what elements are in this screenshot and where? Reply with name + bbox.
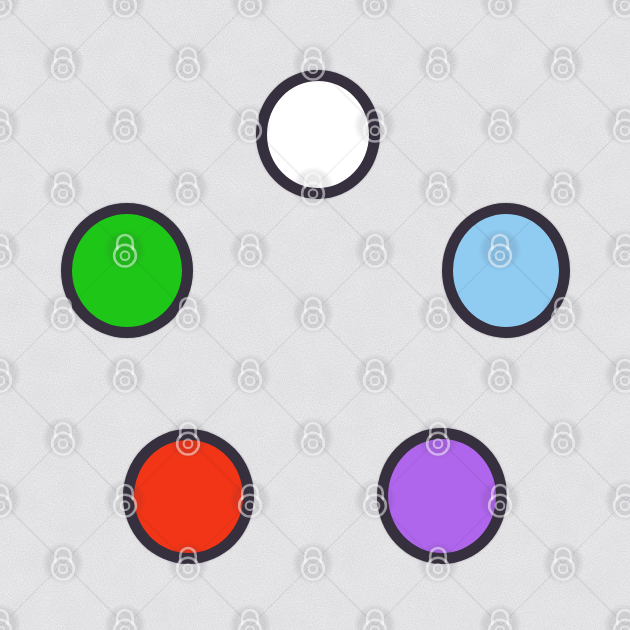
discs-layer	[0, 0, 630, 630]
disc-middle-right-blue	[442, 203, 570, 338]
disc-bottom-right-purple	[377, 428, 507, 564]
disc-top-white	[256, 70, 380, 199]
fabric-background	[0, 0, 630, 630]
disc-bottom-left-red	[123, 429, 254, 564]
disc-middle-left-green	[61, 203, 193, 338]
